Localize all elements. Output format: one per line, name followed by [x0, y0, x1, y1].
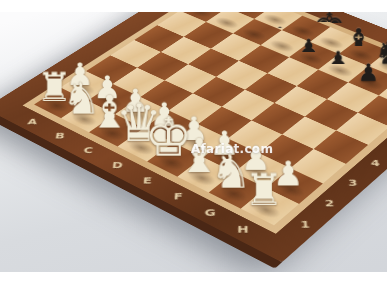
white-margin-bottom: [0, 272, 387, 290]
rank-label-1: 1: [300, 219, 311, 229]
chess-board: ♜♞♝♛♚♝♞♜♟♟♟♟♟♟♟♟♟♟♟♟♟♟♟♟♜♞♝♛♚♝♞♜ ABCDEFG…: [0, 0, 387, 262]
rank-label-4: 4: [371, 159, 382, 168]
chessboard-photo: ♜♞♝♛♚♝♞♜♟♟♟♟♟♟♟♟♟♟♟♟♟♟♟♟♜♞♝♛♚♝♞♜ ABCDEFG…: [0, 0, 387, 290]
rank-label-2: 2: [325, 198, 336, 208]
piece-shadow: [324, 62, 356, 79]
piece-shadow: [94, 93, 127, 111]
board-squares: ♜♞♝♛♚♝♞♜♟♟♟♟♟♟♟♟♟♟♟♟♟♟♟♟♜♞♝♛♚♝♞♜: [34, 0, 387, 225]
piece-shadow: [295, 50, 327, 66]
file-label-c: C: [82, 146, 93, 155]
rank-label-3: 3: [348, 178, 359, 188]
piece-shadow: [150, 120, 184, 139]
file-label-d: D: [111, 161, 123, 170]
file-label-e: E: [142, 176, 152, 186]
piece-shadow: [288, 23, 319, 39]
file-label-h: H: [237, 224, 249, 234]
file-label-a: A: [26, 117, 38, 126]
file-label-f: F: [173, 192, 183, 202]
file-label-b: B: [54, 131, 66, 140]
watermark: Afariat.com: [191, 142, 273, 156]
white-margin-top: [0, 0, 387, 12]
file-label-g: G: [204, 208, 216, 218]
